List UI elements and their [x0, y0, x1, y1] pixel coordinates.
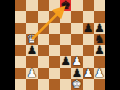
square-g8[interactable]	[83, 0, 94, 11]
square-d4[interactable]	[49, 45, 60, 56]
square-d7[interactable]	[49, 11, 60, 22]
piece-white-pawn-h2[interactable]: ♟	[94, 68, 104, 79]
square-d1[interactable]	[49, 79, 60, 90]
square-f1[interactable]: ♚	[71, 79, 82, 90]
piece-black-pawn-e3[interactable]: ♟	[60, 56, 70, 67]
square-c7[interactable]	[38, 11, 49, 22]
square-a3[interactable]	[15, 56, 26, 67]
square-c8[interactable]	[38, 0, 49, 11]
square-a6[interactable]	[15, 23, 26, 34]
square-g2[interactable]: ♟	[83, 68, 94, 79]
square-e7[interactable]	[60, 11, 71, 22]
square-a5[interactable]	[15, 34, 26, 45]
square-c5[interactable]	[38, 34, 49, 45]
square-e6[interactable]	[60, 23, 71, 34]
square-f5[interactable]	[71, 34, 82, 45]
square-g5[interactable]	[83, 34, 94, 45]
piece-white-king-f1[interactable]: ♚	[72, 79, 82, 90]
square-b4[interactable]: ♟	[26, 45, 37, 56]
piece-black-pawn-h4[interactable]: ♟	[94, 45, 104, 56]
square-c3[interactable]	[38, 56, 49, 67]
chess-board[interactable]: ♚♟♟♛♞♟♟♟♟♟♟♟♟♚	[15, 0, 105, 90]
square-g1[interactable]	[83, 79, 94, 90]
square-e8[interactable]: ♚	[60, 0, 71, 11]
square-d3[interactable]	[49, 56, 60, 67]
square-h8[interactable]	[94, 0, 105, 11]
square-c1[interactable]	[38, 79, 49, 90]
square-f6[interactable]	[71, 23, 82, 34]
square-a2[interactable]	[15, 68, 26, 79]
piece-black-pawn-b4[interactable]: ♟	[27, 45, 37, 56]
letterboxed-screenshot: ♚♟♟♛♞♟♟♟♟♟♟♟♟♚	[0, 0, 120, 90]
square-c4[interactable]	[38, 45, 49, 56]
square-g4[interactable]	[83, 45, 94, 56]
square-c2[interactable]	[38, 68, 49, 79]
square-c6[interactable]	[38, 23, 49, 34]
square-h2[interactable]: ♟	[94, 68, 105, 79]
square-b7[interactable]	[26, 11, 37, 22]
square-d8[interactable]	[49, 0, 60, 11]
square-e5[interactable]	[60, 34, 71, 45]
square-d2[interactable]	[49, 68, 60, 79]
square-a4[interactable]	[15, 45, 26, 56]
square-e1[interactable]	[60, 79, 71, 90]
square-a8[interactable]	[15, 0, 26, 11]
square-b1[interactable]	[26, 79, 37, 90]
square-h1[interactable]	[94, 79, 105, 90]
piece-white-pawn-b2[interactable]: ♟	[27, 68, 37, 79]
square-b2[interactable]: ♟	[26, 68, 37, 79]
square-e2[interactable]	[60, 68, 71, 79]
square-a7[interactable]	[15, 11, 26, 22]
square-a1[interactable]	[15, 79, 26, 90]
square-f8[interactable]	[71, 0, 82, 11]
piece-black-king-e8[interactable]: ♚	[60, 0, 70, 11]
square-h4[interactable]: ♟	[94, 45, 105, 56]
square-b8[interactable]	[26, 0, 37, 11]
square-g6[interactable]: ♟	[83, 23, 94, 34]
piece-black-pawn-g6[interactable]: ♟	[83, 23, 93, 34]
square-d5[interactable]	[49, 34, 60, 45]
square-d6[interactable]	[49, 23, 60, 34]
square-f7[interactable]	[71, 11, 82, 22]
piece-white-pawn-g2[interactable]: ♟	[83, 68, 93, 79]
square-e3[interactable]: ♟	[60, 56, 71, 67]
